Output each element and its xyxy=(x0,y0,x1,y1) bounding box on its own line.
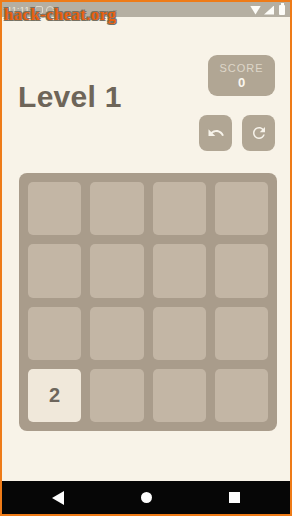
battery-icon xyxy=(279,5,285,15)
empty-cell xyxy=(215,369,268,422)
android-nav-bar xyxy=(2,481,290,514)
empty-cell xyxy=(28,307,81,360)
empty-cell xyxy=(90,244,143,297)
redo-button[interactable] xyxy=(242,115,275,151)
empty-cell xyxy=(153,244,206,297)
empty-cell xyxy=(90,182,143,235)
empty-cell xyxy=(153,369,206,422)
empty-cell xyxy=(90,307,143,360)
refresh-icon xyxy=(250,124,268,142)
empty-cell xyxy=(28,182,81,235)
undo-icon xyxy=(207,124,225,142)
score-badge: SCORE 0 xyxy=(208,55,275,96)
page-title: Level 1 xyxy=(18,80,122,114)
empty-cell xyxy=(28,244,81,297)
empty-cell xyxy=(215,182,268,235)
cell-signal-icon xyxy=(264,6,274,15)
empty-cell xyxy=(215,307,268,360)
home-icon[interactable] xyxy=(141,492,152,503)
back-icon[interactable] xyxy=(52,491,64,505)
empty-cell xyxy=(90,369,143,422)
score-label: SCORE xyxy=(219,62,263,75)
recents-icon[interactable] xyxy=(229,492,240,503)
wifi-icon xyxy=(250,6,261,15)
empty-cell xyxy=(215,244,268,297)
app-screen: 11:11 hack-cheat.org Level 1 SCORE 0 2 xyxy=(0,0,292,516)
controls xyxy=(199,115,275,151)
game-board[interactable]: 2 xyxy=(19,173,277,431)
watermark: hack-cheat.org xyxy=(4,5,116,25)
empty-cell xyxy=(153,307,206,360)
empty-cell xyxy=(153,182,206,235)
tile-2: 2 xyxy=(28,369,81,422)
score-value: 0 xyxy=(238,75,245,90)
undo-button[interactable] xyxy=(199,115,232,151)
